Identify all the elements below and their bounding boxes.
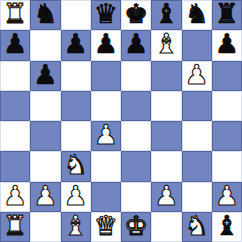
square-f2[interactable]: ♟ [151,182,181,212]
square-h3[interactable] [212,151,242,181]
square-f3[interactable] [151,151,181,181]
square-g8[interactable]: ♞ [182,0,212,30]
white-pawn[interactable]: ♟ [94,121,118,150]
square-b6[interactable]: ♟ [30,61,60,91]
black-bishop[interactable]: ♝ [154,0,178,29]
square-d2[interactable] [91,182,121,212]
square-b7[interactable] [30,30,60,60]
square-a4[interactable] [0,121,30,151]
square-c1[interactable]: ♝ [61,212,91,242]
square-d3[interactable] [91,151,121,181]
white-pawn[interactable]: ♟ [215,182,239,211]
square-c7[interactable]: ♟ [61,30,91,60]
square-f5[interactable] [151,91,181,121]
square-g2[interactable] [182,182,212,212]
white-knight[interactable]: ♞ [64,151,88,180]
square-g5[interactable] [182,91,212,121]
black-queen[interactable]: ♛ [94,0,118,29]
square-f6[interactable] [151,61,181,91]
black-pawn[interactable]: ♟ [94,30,118,59]
square-b4[interactable] [30,121,60,151]
square-e3[interactable] [121,151,151,181]
square-b3[interactable] [30,151,60,181]
white-pawn[interactable]: ♟ [154,182,178,211]
white-pawn[interactable]: ♟ [64,182,88,211]
square-d6[interactable] [91,61,121,91]
black-pawn[interactable]: ♟ [33,61,57,90]
square-e5[interactable] [121,91,151,121]
square-e7[interactable]: ♟ [121,30,151,60]
square-f1[interactable] [151,212,181,242]
square-a2[interactable]: ♟ [0,182,30,212]
black-pawn[interactable]: ♟ [64,30,88,59]
square-d7[interactable]: ♟ [91,30,121,60]
square-d4[interactable]: ♟ [91,121,121,151]
square-c2[interactable]: ♟ [61,182,91,212]
square-g3[interactable] [182,151,212,181]
square-a8[interactable]: ♜ [0,0,30,30]
square-f4[interactable] [151,121,181,151]
black-rook[interactable]: ♜ [215,0,239,29]
white-king[interactable]: ♚ [124,212,148,241]
square-a6[interactable] [0,61,30,91]
square-a5[interactable] [0,91,30,121]
square-b5[interactable] [30,91,60,121]
square-e8[interactable]: ♚ [121,0,151,30]
square-b2[interactable]: ♟ [30,182,60,212]
white-rook[interactable]: ♜ [3,212,27,241]
square-d5[interactable] [91,91,121,121]
white-rook[interactable]: ♜ [3,0,27,29]
square-g6[interactable]: ♟ [182,61,212,91]
white-pawn[interactable]: ♟ [3,182,27,211]
black-king[interactable]: ♚ [124,0,148,29]
square-e4[interactable] [121,121,151,151]
black-pawn[interactable]: ♟ [215,30,239,59]
white-pawn[interactable]: ♟ [185,61,209,90]
black-knight[interactable]: ♞ [185,0,209,29]
chess-board: ♜♞♛♚♝♞♜♟♟♟♟♝♟♟♟♟♞♟♟♟♟♟♜♝♛♚♞♝ [0,0,242,242]
square-h4[interactable] [212,121,242,151]
square-e2[interactable] [121,182,151,212]
black-bishop[interactable]: ♝ [215,212,239,241]
square-a1[interactable]: ♜ [0,212,30,242]
square-h5[interactable] [212,91,242,121]
square-c6[interactable] [61,61,91,91]
square-h7[interactable]: ♟ [212,30,242,60]
square-b1[interactable] [30,212,60,242]
square-d1[interactable]: ♛ [91,212,121,242]
black-pawn[interactable]: ♟ [3,30,27,59]
square-a7[interactable]: ♟ [0,30,30,60]
square-h2[interactable]: ♟ [212,182,242,212]
square-h8[interactable]: ♜ [212,0,242,30]
white-bishop[interactable]: ♝ [64,212,88,241]
white-pawn[interactable]: ♟ [33,182,57,211]
square-g1[interactable]: ♞ [182,212,212,242]
white-knight[interactable]: ♞ [185,212,209,241]
square-c4[interactable] [61,121,91,151]
square-f8[interactable]: ♝ [151,0,181,30]
square-b8[interactable]: ♞ [30,0,60,30]
square-e1[interactable]: ♚ [121,212,151,242]
square-c8[interactable] [61,0,91,30]
chess-app: ♜♞♛♚♝♞♜♟♟♟♟♝♟♟♟♟♞♟♟♟♟♟♜♝♛♚♞♝ [0,0,242,242]
square-d8[interactable]: ♛ [91,0,121,30]
square-c3[interactable]: ♞ [61,151,91,181]
square-h1[interactable]: ♝ [212,212,242,242]
square-g4[interactable] [182,121,212,151]
white-bishop[interactable]: ♝ [154,30,178,59]
white-queen[interactable]: ♛ [94,212,118,241]
square-g7[interactable] [182,30,212,60]
square-f7[interactable]: ♝ [151,30,181,60]
black-pawn[interactable]: ♟ [124,30,148,59]
square-c5[interactable] [61,91,91,121]
square-h6[interactable] [212,61,242,91]
square-e6[interactable] [121,61,151,91]
square-a3[interactable] [0,151,30,181]
black-knight[interactable]: ♞ [33,0,57,29]
